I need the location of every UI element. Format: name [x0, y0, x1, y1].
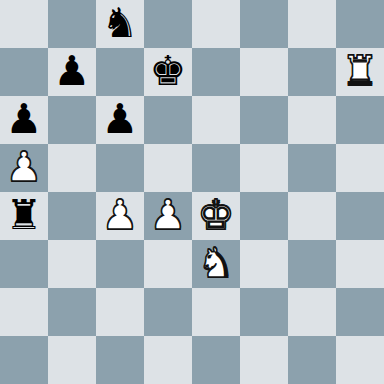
square-e8[interactable] [192, 0, 240, 48]
square-h8[interactable] [336, 0, 384, 48]
square-g7[interactable] [288, 48, 336, 96]
black-pawn-piece[interactable]: ♟ [54, 51, 91, 92]
square-g3[interactable] [288, 240, 336, 288]
square-f5[interactable] [240, 144, 288, 192]
square-g4[interactable] [288, 192, 336, 240]
square-b2[interactable] [48, 288, 96, 336]
square-d1[interactable] [144, 336, 192, 384]
square-e1[interactable] [192, 336, 240, 384]
square-d8[interactable] [144, 0, 192, 48]
square-a6[interactable]: ♟ [0, 96, 48, 144]
square-g5[interactable] [288, 144, 336, 192]
square-e5[interactable] [192, 144, 240, 192]
square-g6[interactable] [288, 96, 336, 144]
square-f7[interactable] [240, 48, 288, 96]
square-h7[interactable]: ♜ [336, 48, 384, 96]
square-a8[interactable] [0, 0, 48, 48]
square-h1[interactable] [336, 336, 384, 384]
white-knight-piece[interactable]: ♞ [198, 243, 235, 284]
black-pawn-piece[interactable]: ♟ [6, 99, 43, 140]
square-b7[interactable]: ♟ [48, 48, 96, 96]
square-c3[interactable] [96, 240, 144, 288]
square-g1[interactable] [288, 336, 336, 384]
square-b4[interactable] [48, 192, 96, 240]
square-d4[interactable]: ♟ [144, 192, 192, 240]
square-d3[interactable] [144, 240, 192, 288]
square-f3[interactable] [240, 240, 288, 288]
square-a2[interactable] [0, 288, 48, 336]
square-c8[interactable]: ♞ [96, 0, 144, 48]
square-c2[interactable] [96, 288, 144, 336]
square-e4[interactable]: ♚ [192, 192, 240, 240]
white-pawn-piece[interactable]: ♟ [150, 195, 187, 236]
square-e7[interactable] [192, 48, 240, 96]
square-d2[interactable] [144, 288, 192, 336]
white-rook-piece[interactable]: ♜ [342, 51, 379, 92]
black-knight-piece[interactable]: ♞ [102, 3, 139, 44]
square-c7[interactable] [96, 48, 144, 96]
square-c4[interactable]: ♟ [96, 192, 144, 240]
square-e2[interactable] [192, 288, 240, 336]
square-e6[interactable] [192, 96, 240, 144]
square-g2[interactable] [288, 288, 336, 336]
square-b6[interactable] [48, 96, 96, 144]
white-king-piece[interactable]: ♚ [198, 195, 235, 236]
square-a5[interactable]: ♟ [0, 144, 48, 192]
chess-board: ♞♟♚♜♟♟♟♜♟♟♚♞ [0, 0, 384, 384]
black-king-piece[interactable]: ♚ [150, 51, 187, 92]
square-c6[interactable]: ♟ [96, 96, 144, 144]
square-c1[interactable] [96, 336, 144, 384]
square-f1[interactable] [240, 336, 288, 384]
white-pawn-piece[interactable]: ♟ [6, 147, 43, 188]
square-g8[interactable] [288, 0, 336, 48]
square-f2[interactable] [240, 288, 288, 336]
square-d6[interactable] [144, 96, 192, 144]
square-h3[interactable] [336, 240, 384, 288]
square-h2[interactable] [336, 288, 384, 336]
square-e3[interactable]: ♞ [192, 240, 240, 288]
square-h6[interactable] [336, 96, 384, 144]
square-h4[interactable] [336, 192, 384, 240]
white-pawn-piece[interactable]: ♟ [102, 195, 139, 236]
square-f4[interactable] [240, 192, 288, 240]
square-a7[interactable] [0, 48, 48, 96]
square-c5[interactable] [96, 144, 144, 192]
square-b8[interactable] [48, 0, 96, 48]
square-d7[interactable]: ♚ [144, 48, 192, 96]
square-a1[interactable] [0, 336, 48, 384]
square-a3[interactable] [0, 240, 48, 288]
black-pawn-piece[interactable]: ♟ [102, 99, 139, 140]
square-h5[interactable] [336, 144, 384, 192]
square-b1[interactable] [48, 336, 96, 384]
square-f6[interactable] [240, 96, 288, 144]
black-rook-piece[interactable]: ♜ [6, 195, 43, 236]
square-a4[interactable]: ♜ [0, 192, 48, 240]
square-b5[interactable] [48, 144, 96, 192]
square-f8[interactable] [240, 0, 288, 48]
square-d5[interactable] [144, 144, 192, 192]
square-b3[interactable] [48, 240, 96, 288]
